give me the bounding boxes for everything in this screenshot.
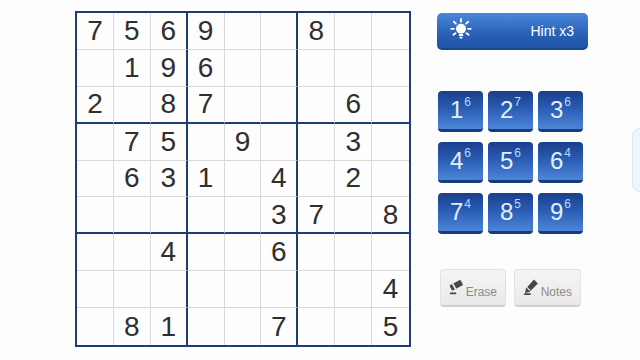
sudoku-cell-r5c5[interactable]: [225, 161, 262, 198]
sudoku-cell-r4c9[interactable]: [372, 124, 409, 161]
numpad-digit: 4: [450, 149, 463, 173]
sudoku-cell-r4c2[interactable]: 7: [114, 124, 151, 161]
sudoku-cell-r2c5[interactable]: [225, 50, 262, 87]
sudoku-cell-r5c2[interactable]: 6: [114, 161, 151, 198]
sudoku-cell-r5c3[interactable]: 3: [151, 161, 188, 198]
sudoku-cell-r9c1[interactable]: [77, 308, 114, 345]
sudoku-cell-r1c2[interactable]: 5: [114, 13, 151, 50]
sudoku-cell-r5c6[interactable]: 4: [261, 161, 298, 198]
numpad-remaining-count: 6: [464, 147, 471, 159]
sudoku-cell-r8c3[interactable]: [151, 271, 188, 308]
sudoku-cell-r2c1[interactable]: [77, 50, 114, 87]
numpad-button-2[interactable]: 27: [488, 91, 533, 132]
sudoku-cell-r2c4[interactable]: 6: [188, 50, 225, 87]
numpad-digit: 5: [500, 149, 513, 173]
sudoku-cell-r8c6[interactable]: [261, 271, 298, 308]
sudoku-cell-r7c8[interactable]: [335, 234, 372, 271]
sudoku-cell-r4c7[interactable]: [298, 124, 335, 161]
numpad-button-4[interactable]: 46: [438, 142, 483, 183]
sudoku-cell-r3c8[interactable]: 6: [335, 87, 372, 124]
numpad-remaining-count: 4: [564, 147, 571, 159]
numpad-digit: 3: [550, 98, 563, 122]
hint-label: Hint x3: [530, 23, 574, 39]
sudoku-cell-r9c6[interactable]: 7: [261, 308, 298, 345]
notes-button[interactable]: Notes: [514, 269, 581, 307]
sudoku-cell-r7c1[interactable]: [77, 234, 114, 271]
sudoku-cell-r2c2[interactable]: 1: [114, 50, 151, 87]
sudoku-cell-r5c7[interactable]: [298, 161, 335, 198]
sudoku-cell-r7c3[interactable]: 4: [151, 234, 188, 271]
sudoku-cell-r2c7[interactable]: [298, 50, 335, 87]
sudoku-cell-r8c2[interactable]: [114, 271, 151, 308]
erase-label: Erase: [466, 286, 497, 299]
sudoku-cell-r5c1[interactable]: [77, 161, 114, 198]
sudoku-cell-r9c5[interactable]: [225, 308, 262, 345]
sudoku-cell-r6c8[interactable]: [335, 197, 372, 234]
sudoku-cell-r9c3[interactable]: 1: [151, 308, 188, 345]
sudoku-cell-r8c5[interactable]: [225, 271, 262, 308]
numpad-remaining-count: 6: [464, 96, 471, 108]
sudoku-cell-r1c6[interactable]: [261, 13, 298, 50]
numpad-digit: 9: [550, 200, 563, 224]
notes-label: Notes: [541, 286, 572, 299]
sudoku-cell-r8c4[interactable]: [188, 271, 225, 308]
sudoku-cell-r4c3[interactable]: 5: [151, 124, 188, 161]
pencil-icon: [521, 275, 541, 299]
sudoku-cell-r2c3[interactable]: 9: [151, 50, 188, 87]
numpad-remaining-count: 6: [564, 96, 571, 108]
erase-button[interactable]: Erase: [440, 269, 506, 307]
sudoku-cell-r7c4[interactable]: [188, 234, 225, 271]
sudoku-cell-r9c7[interactable]: [298, 308, 335, 345]
sudoku-cell-r6c6[interactable]: 3: [261, 197, 298, 234]
numpad-button-9[interactable]: 96: [538, 193, 583, 234]
sudoku-cell-r7c7[interactable]: [298, 234, 335, 271]
sudoku-cell-r6c9[interactable]: 8: [372, 197, 409, 234]
sudoku-app: 7569819628767593631423784648175 Hint x3 …: [0, 0, 640, 360]
edge-peek-panel: [632, 128, 640, 192]
numpad-button-8[interactable]: 85: [488, 193, 533, 234]
sudoku-cell-r8c1[interactable]: [77, 271, 114, 308]
numpad-button-1[interactable]: 16: [438, 91, 483, 132]
numpad-remaining-count: 7: [514, 96, 521, 108]
sudoku-cell-r2c6[interactable]: [261, 50, 298, 87]
numpad-digit: 6: [550, 149, 563, 173]
sudoku-cell-r5c9[interactable]: [372, 161, 409, 198]
numpad-remaining-count: 5: [514, 198, 521, 210]
sudoku-cell-r1c5[interactable]: [225, 13, 262, 50]
sudoku-cell-r4c1[interactable]: [77, 124, 114, 161]
sudoku-cell-r1c8[interactable]: [335, 13, 372, 50]
sudoku-cell-r3c1[interactable]: 2: [77, 87, 114, 124]
hint-button[interactable]: Hint x3: [437, 13, 588, 50]
numpad-digit: 1: [450, 98, 463, 122]
sudoku-cell-r6c3[interactable]: [151, 197, 188, 234]
numpad-button-7[interactable]: 74: [438, 193, 483, 234]
sudoku-cell-r1c4[interactable]: 9: [188, 13, 225, 50]
sudoku-cell-r3c9[interactable]: [372, 87, 409, 124]
sudoku-cell-r7c6[interactable]: 6: [261, 234, 298, 271]
numpad-button-3[interactable]: 36: [538, 91, 583, 132]
sudoku-cell-r6c1[interactable]: [77, 197, 114, 234]
sudoku-cell-r2c9[interactable]: [372, 50, 409, 87]
sudoku-cell-r6c7[interactable]: 7: [298, 197, 335, 234]
sudoku-cell-r3c2[interactable]: [114, 87, 151, 124]
sudoku-cell-r4c6[interactable]: [261, 124, 298, 161]
eraser-icon: [447, 275, 466, 299]
sudoku-cell-r9c2[interactable]: 8: [114, 308, 151, 345]
sudoku-cell-r5c8[interactable]: 2: [335, 161, 372, 198]
sudoku-cell-r1c3[interactable]: 6: [151, 13, 188, 50]
sudoku-cell-r3c6[interactable]: [261, 87, 298, 124]
sudoku-cell-r2c8[interactable]: [335, 50, 372, 87]
sudoku-cell-r5c4[interactable]: 1: [188, 161, 225, 198]
sudoku-cell-r1c7[interactable]: 8: [298, 13, 335, 50]
sudoku-cell-r6c4[interactable]: [188, 197, 225, 234]
numpad-digit: 2: [500, 98, 513, 122]
sudoku-cell-r3c7[interactable]: [298, 87, 335, 124]
sudoku-cell-r7c2[interactable]: [114, 234, 151, 271]
number-pad: 162736465664748596: [438, 91, 583, 234]
numpad-remaining-count: 6: [514, 147, 521, 159]
sudoku-cell-r6c5[interactable]: [225, 197, 262, 234]
numpad-digit: 7: [450, 200, 463, 224]
sudoku-cell-r8c7[interactable]: [298, 271, 335, 308]
numpad-digit: 8: [500, 200, 513, 224]
lightbulb-icon: [448, 18, 474, 44]
sudoku-cell-r4c8[interactable]: 3: [335, 124, 372, 161]
sudoku-cell-r4c4[interactable]: [188, 124, 225, 161]
sudoku-cell-r1c9[interactable]: [372, 13, 409, 50]
sudoku-cell-r9c9[interactable]: 5: [372, 308, 409, 345]
sudoku-cell-r7c5[interactable]: [225, 234, 262, 271]
sudoku-cell-r8c9[interactable]: 4: [372, 271, 409, 308]
numpad-button-6[interactable]: 64: [538, 142, 583, 183]
sudoku-cell-r3c5[interactable]: [225, 87, 262, 124]
sudoku-cell-r9c8[interactable]: [335, 308, 372, 345]
sudoku-board: 7569819628767593631423784648175: [75, 11, 411, 347]
numpad-remaining-count: 4: [464, 198, 471, 210]
sudoku-cell-r7c9[interactable]: [372, 234, 409, 271]
numpad-remaining-count: 6: [564, 198, 571, 210]
numpad-button-5[interactable]: 56: [488, 142, 533, 183]
sudoku-cell-r4c5[interactable]: 9: [225, 124, 262, 161]
sudoku-cell-r3c4[interactable]: 7: [188, 87, 225, 124]
sudoku-cell-r8c8[interactable]: [335, 271, 372, 308]
sudoku-cell-r6c2[interactable]: [114, 197, 151, 234]
sudoku-cell-r1c1[interactable]: 7: [77, 13, 114, 50]
sudoku-cell-r9c4[interactable]: [188, 308, 225, 345]
sudoku-cell-r3c3[interactable]: 8: [151, 87, 188, 124]
